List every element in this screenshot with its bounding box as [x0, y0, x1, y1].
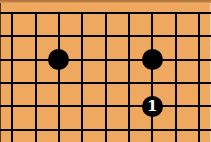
grid-vline-5 — [105, 12, 107, 142]
grid-vline-7 — [151, 12, 153, 142]
grid-vline-2 — [35, 12, 37, 142]
board-top-shadow — [0, 0, 211, 3]
move-1-black-stone: 1 — [142, 96, 163, 117]
black-stone — [48, 49, 69, 70]
grid-vline-9 — [198, 12, 200, 142]
black-stone — [142, 49, 163, 70]
grid-vline-3 — [58, 12, 60, 142]
grid-vline-8 — [175, 12, 177, 142]
left-edge-line — [0, 3, 1, 142]
right-edge-highlight — [210, 3, 211, 142]
grid-vline-4 — [81, 12, 83, 142]
grid-vline-1 — [11, 12, 13, 142]
move-number-label: 1 — [147, 98, 157, 113]
grid-vline-6 — [128, 12, 130, 142]
go-board: 1 — [0, 0, 211, 142]
